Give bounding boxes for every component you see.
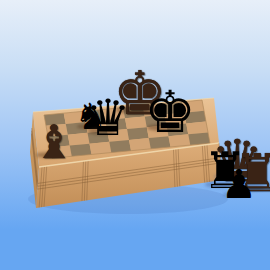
board-square bbox=[107, 129, 129, 142]
board-square bbox=[88, 131, 110, 144]
board-square bbox=[147, 125, 169, 138]
board-square bbox=[46, 124, 68, 137]
board-square bbox=[48, 135, 70, 148]
board-square bbox=[167, 123, 189, 136]
board-square bbox=[145, 115, 167, 128]
board-square bbox=[125, 116, 147, 129]
board-square bbox=[184, 111, 206, 124]
board-square bbox=[165, 113, 187, 126]
product-photo: ♞♛♚♚♝♜♛♜♟ bbox=[0, 0, 270, 270]
board-square bbox=[86, 120, 108, 133]
board-square bbox=[127, 127, 149, 140]
board-square bbox=[68, 133, 90, 146]
board-square bbox=[66, 122, 88, 135]
board-square bbox=[186, 122, 208, 135]
board-square bbox=[105, 118, 127, 131]
chess-box bbox=[0, 0, 270, 270]
